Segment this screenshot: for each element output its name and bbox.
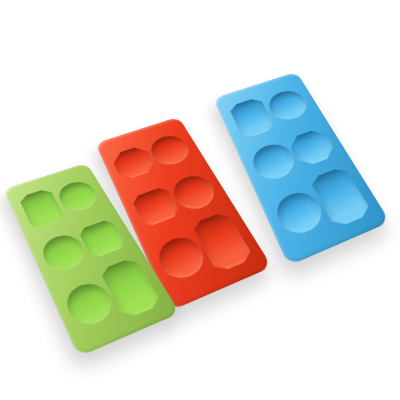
cavity-circle-green [54,178,103,215]
cavity-circle-red [146,132,195,169]
cavity-cushion-green [77,218,127,259]
product-photo [0,0,400,400]
cavity-circle-blue [264,87,313,124]
